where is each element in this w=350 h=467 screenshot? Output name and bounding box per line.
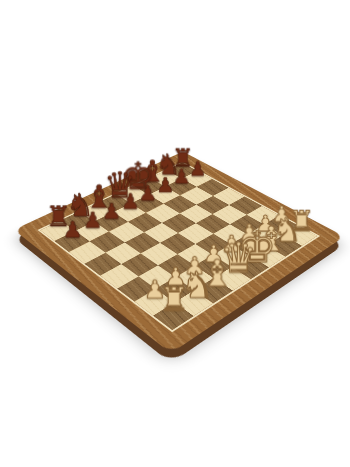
board-frame: ♜♞♝♛♚♝♞♜♟♟♟♟♟♟♟♟♟♟♟♟♟♟♟♟♜♞♝♛♚♝♞♜ (14, 151, 345, 353)
chess-board-grid: ♜♞♝♛♚♝♞♜♟♟♟♟♟♟♟♟♟♟♟♟♟♟♟♟♜♞♝♛♚♝♞♜ (40, 163, 317, 330)
board-inlay-border: ♜♞♝♛♚♝♞♜♟♟♟♟♟♟♟♟♟♟♟♟♟♟♟♟♜♞♝♛♚♝♞♜ (37, 162, 320, 333)
chess-board: ♜♞♝♛♚♝♞♜♟♟♟♟♟♟♟♟♟♟♟♟♟♟♟♟♜♞♝♛♚♝♞♜ (14, 151, 345, 353)
piece-black-knight: ♞ (66, 190, 90, 221)
piece-black-rook: ♜ (172, 146, 194, 171)
square-a8: ♜ (40, 221, 74, 241)
product-photo-stage: ♜♞♝♛♚♝♞♜♟♟♟♟♟♟♟♟♟♟♟♟♟♟♟♟♜♞♝♛♚♝♞♜ (0, 0, 350, 467)
square-f3 (213, 224, 248, 244)
